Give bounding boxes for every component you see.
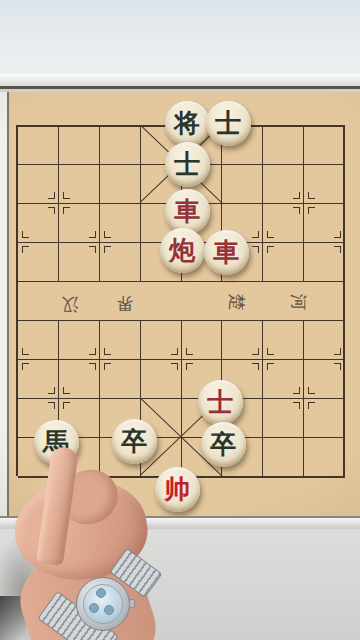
piece-glyph: 士 — [207, 380, 233, 425]
piece-glyph: 士 — [174, 142, 200, 187]
piece-red-chariot[interactable]: 車 — [204, 230, 249, 275]
piece-red-cannon[interactable]: 炮 — [160, 228, 205, 273]
piece-glyph: 士 — [215, 101, 241, 146]
xiangqi-photo-scene: 汉界楚河 将士士車炮車士馬卒卒帅 — [0, 0, 360, 640]
piece-black-soldier[interactable]: 卒 — [112, 419, 157, 464]
piece-black-general[interactable]: 将 — [165, 101, 210, 146]
piece-glyph: 卒 — [121, 419, 147, 464]
piece-red-advisor[interactable]: 士 — [198, 380, 243, 425]
piece-black-soldier[interactable]: 卒 — [201, 422, 246, 467]
piece-black-advisor[interactable]: 士 — [165, 142, 210, 187]
piece-glyph: 炮 — [169, 228, 195, 273]
piece-glyph: 卒 — [210, 422, 236, 467]
watch-subdial — [89, 603, 99, 613]
watch-subdial — [96, 588, 106, 598]
piece-red-general[interactable]: 帅 — [155, 467, 200, 512]
watch-subdial — [104, 605, 114, 615]
piece-glyph: 車 — [213, 230, 239, 275]
piece-glyph: 将 — [174, 101, 200, 146]
piece-glyph: 帅 — [164, 467, 190, 512]
watch-crown — [129, 599, 135, 608]
piece-black-advisor[interactable]: 士 — [206, 101, 251, 146]
